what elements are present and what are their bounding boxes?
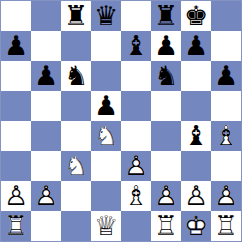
square-c4[interactable] [61, 121, 91, 151]
square-d8[interactable]: ♛ [91, 1, 121, 31]
square-b2[interactable]: ♟♙ [31, 181, 61, 211]
square-e8[interactable] [121, 1, 151, 31]
bishop-outline-glyph: ♗ [211, 121, 241, 151]
square-f3[interactable] [151, 151, 181, 181]
square-d5[interactable]: ♟ [91, 91, 121, 121]
square-a1[interactable]: ♜♖ [1, 211, 31, 241]
queen-outline-glyph: ♕ [91, 211, 121, 241]
pawn-black-glyph: ♟ [151, 31, 181, 61]
square-b8[interactable] [31, 1, 61, 31]
square-b6[interactable]: ♟ [31, 61, 61, 91]
piece-white-pawn-e3[interactable]: ♟♙ [121, 151, 151, 181]
square-h7[interactable] [211, 31, 241, 61]
square-c7[interactable] [61, 31, 91, 61]
square-a4[interactable] [1, 121, 31, 151]
square-a6[interactable] [1, 61, 31, 91]
square-e7[interactable]: ♝ [121, 31, 151, 61]
piece-black-pawn-a7[interactable]: ♟ [1, 31, 31, 61]
square-d7[interactable] [91, 31, 121, 61]
piece-white-rook-a1[interactable]: ♜♖ [1, 211, 31, 241]
piece-white-rook-f1[interactable]: ♜♖ [151, 211, 181, 241]
square-f2[interactable]: ♟♙ [151, 181, 181, 211]
square-g2[interactable]: ♟♙ [181, 181, 211, 211]
square-e5[interactable] [121, 91, 151, 121]
rook-outline-glyph: ♖ [211, 211, 241, 241]
knight-outline-glyph: ♘ [61, 151, 91, 181]
square-e4[interactable] [121, 121, 151, 151]
piece-white-queen-d1[interactable]: ♛♕ [91, 211, 121, 241]
piece-white-pawn-f2[interactable]: ♟♙ [151, 181, 181, 211]
square-g3[interactable] [181, 151, 211, 181]
square-f5[interactable] [151, 91, 181, 121]
square-c5[interactable] [61, 91, 91, 121]
square-f1[interactable]: ♜♖ [151, 211, 181, 241]
king-black-glyph: ♚ [181, 1, 211, 31]
square-c2[interactable] [61, 181, 91, 211]
square-g8[interactable]: ♚ [181, 1, 211, 31]
square-g6[interactable] [181, 61, 211, 91]
piece-white-pawn-b2[interactable]: ♟♙ [31, 181, 61, 211]
square-g7[interactable]: ♟ [181, 31, 211, 61]
rook-black-glyph: ♜ [61, 1, 91, 31]
square-e1[interactable] [121, 211, 151, 241]
piece-black-knight-f6[interactable]: ♞ [151, 61, 181, 91]
square-b7[interactable] [31, 31, 61, 61]
bishop-black-glyph: ♝ [121, 31, 151, 61]
piece-black-king-g8[interactable]: ♚ [181, 1, 211, 31]
pawn-black-glyph: ♟ [211, 61, 241, 91]
square-b4[interactable] [31, 121, 61, 151]
square-d1[interactable]: ♛♕ [91, 211, 121, 241]
piece-white-pawn-g2[interactable]: ♟♙ [181, 181, 211, 211]
piece-white-knight-d4[interactable]: ♞♘ [91, 121, 121, 151]
square-h4[interactable]: ♝♗ [211, 121, 241, 151]
square-h3[interactable] [211, 151, 241, 181]
square-h1[interactable]: ♜♖ [211, 211, 241, 241]
square-c3[interactable]: ♞♘ [61, 151, 91, 181]
square-e3[interactable]: ♟♙ [121, 151, 151, 181]
pawn-outline-glyph: ♙ [31, 181, 61, 211]
square-f7[interactable]: ♟ [151, 31, 181, 61]
square-b5[interactable] [31, 91, 61, 121]
piece-black-pawn-h6[interactable]: ♟ [211, 61, 241, 91]
pawn-outline-glyph: ♙ [211, 181, 241, 211]
king-outline-glyph: ♔ [181, 211, 211, 241]
knight-outline-glyph: ♘ [91, 121, 121, 151]
square-d6[interactable] [91, 61, 121, 91]
pawn-black-glyph: ♟ [1, 31, 31, 61]
piece-black-pawn-d5[interactable]: ♟ [91, 91, 121, 121]
knight-black-glyph: ♞ [61, 61, 91, 91]
piece-black-knight-c6[interactable]: ♞ [61, 61, 91, 91]
square-a3[interactable] [1, 151, 31, 181]
square-d4[interactable]: ♞♘ [91, 121, 121, 151]
piece-black-bishop-g4[interactable]: ♝ [181, 121, 211, 151]
square-a5[interactable] [1, 91, 31, 121]
piece-white-knight-c3[interactable]: ♞♘ [61, 151, 91, 181]
piece-white-bishop-h4[interactable]: ♝♗ [211, 121, 241, 151]
pawn-black-glyph: ♟ [31, 61, 61, 91]
piece-white-pawn-h2[interactable]: ♟♙ [211, 181, 241, 211]
square-d3[interactable] [91, 151, 121, 181]
pawn-black-glyph: ♟ [181, 31, 211, 61]
piece-black-rook-c8[interactable]: ♜ [61, 1, 91, 31]
square-e6[interactable] [121, 61, 151, 91]
square-c8[interactable]: ♜ [61, 1, 91, 31]
piece-white-bishop-e2[interactable]: ♝♗ [121, 181, 151, 211]
square-c1[interactable] [61, 211, 91, 241]
square-h8[interactable] [211, 1, 241, 31]
square-d2[interactable] [91, 181, 121, 211]
square-g5[interactable] [181, 91, 211, 121]
piece-black-pawn-f7[interactable]: ♟ [151, 31, 181, 61]
chess-board: ♜♛♜♚♟♝♟♟♟♞♞♟♟♞♘♝♝♗♞♘♟♙♟♙♟♙♝♗♟♙♟♙♟♙♜♖♛♕♜♖… [0, 0, 242, 242]
square-g1[interactable]: ♚♔ [181, 211, 211, 241]
piece-black-queen-d8[interactable]: ♛ [91, 1, 121, 31]
piece-black-pawn-g7[interactable]: ♟ [181, 31, 211, 61]
square-h5[interactable] [211, 91, 241, 121]
pawn-outline-glyph: ♙ [151, 181, 181, 211]
square-f4[interactable] [151, 121, 181, 151]
piece-white-rook-h1[interactable]: ♜♖ [211, 211, 241, 241]
square-g4[interactable]: ♝ [181, 121, 211, 151]
rook-outline-glyph: ♖ [151, 211, 181, 241]
square-b1[interactable] [31, 211, 61, 241]
pawn-black-glyph: ♟ [91, 91, 121, 121]
square-h2[interactable]: ♟♙ [211, 181, 241, 211]
square-f6[interactable]: ♞ [151, 61, 181, 91]
rook-outline-glyph: ♖ [1, 211, 31, 241]
pawn-outline-glyph: ♙ [181, 181, 211, 211]
square-c6[interactable]: ♞ [61, 61, 91, 91]
piece-black-rook-f8[interactable]: ♜ [151, 1, 181, 31]
square-f8[interactable]: ♜ [151, 1, 181, 31]
piece-black-bishop-e7[interactable]: ♝ [121, 31, 151, 61]
square-e2[interactable]: ♝♗ [121, 181, 151, 211]
rook-black-glyph: ♜ [151, 1, 181, 31]
square-a2[interactable]: ♟♙ [1, 181, 31, 211]
pawn-outline-glyph: ♙ [1, 181, 31, 211]
chess-board-wrapper: ♜♛♜♚♟♝♟♟♟♞♞♟♟♞♘♝♝♗♞♘♟♙♟♙♟♙♝♗♟♙♟♙♟♙♜♖♛♕♜♖… [0, 0, 242, 242]
square-b3[interactable] [31, 151, 61, 181]
bishop-outline-glyph: ♗ [121, 181, 151, 211]
queen-black-glyph: ♛ [91, 1, 121, 31]
square-a7[interactable]: ♟ [1, 31, 31, 61]
piece-white-pawn-a2[interactable]: ♟♙ [1, 181, 31, 211]
square-h6[interactable]: ♟ [211, 61, 241, 91]
square-a8[interactable] [1, 1, 31, 31]
piece-white-king-g1[interactable]: ♚♔ [181, 211, 211, 241]
knight-black-glyph: ♞ [151, 61, 181, 91]
bishop-black-glyph: ♝ [181, 121, 211, 151]
pawn-outline-glyph: ♙ [121, 151, 151, 181]
piece-black-pawn-b6[interactable]: ♟ [31, 61, 61, 91]
